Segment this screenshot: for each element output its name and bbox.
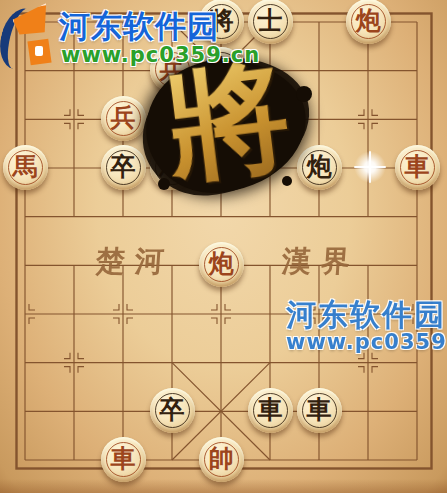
watermark-top-site-name: 河东软件园: [59, 6, 219, 48]
piece-character: 卒: [160, 397, 185, 422]
watermark-top-url: www.pc0359.cn: [61, 43, 260, 67]
piece-black-soldier[interactable]: 卒: [101, 145, 146, 190]
piece-character: 炮: [356, 8, 381, 33]
watermark-site-logo-icon: [0, 2, 58, 78]
piece-red-soldier[interactable]: 兵: [101, 96, 146, 141]
piece-character: 士: [258, 8, 283, 33]
piece-character: 兵: [111, 105, 136, 130]
xiangqi-board[interactable]: 楚河 漢界 將士炮兵士兵馬卒馬炮車炮卒車車車帥 將 河东软件园 www.pc03…: [0, 0, 447, 493]
piece-character: 車: [258, 397, 283, 422]
piece-character: 卒: [111, 154, 136, 179]
piece-red-chariot[interactable]: 車: [101, 437, 146, 482]
sparkle-effect: [352, 149, 388, 185]
piece-character: 馬: [13, 154, 38, 179]
logo-dot: [35, 46, 43, 56]
piece-black-chariot[interactable]: 車: [248, 388, 293, 433]
river-label-left: 楚河: [95, 242, 176, 282]
piece-character: 炮: [209, 251, 234, 276]
piece-character: 車: [111, 446, 136, 471]
piece-red-horse[interactable]: 馬: [3, 145, 48, 190]
piece-black-soldier[interactable]: 卒: [150, 388, 195, 433]
piece-character: 車: [405, 154, 430, 179]
river-label-right: 漢界: [281, 242, 362, 282]
piece-black-chariot[interactable]: 車: [297, 388, 342, 433]
piece-red-chariot[interactable]: 車: [395, 145, 440, 190]
piece-red-cannon[interactable]: 炮: [199, 242, 244, 287]
watermark-bottom-url: www.pc0359.cn: [286, 330, 447, 354]
piece-red-general[interactable]: 帥: [199, 437, 244, 482]
piece-red-cannon[interactable]: 炮: [346, 0, 391, 44]
piece-character: 帥: [209, 446, 234, 471]
piece-character: 車: [307, 397, 332, 422]
